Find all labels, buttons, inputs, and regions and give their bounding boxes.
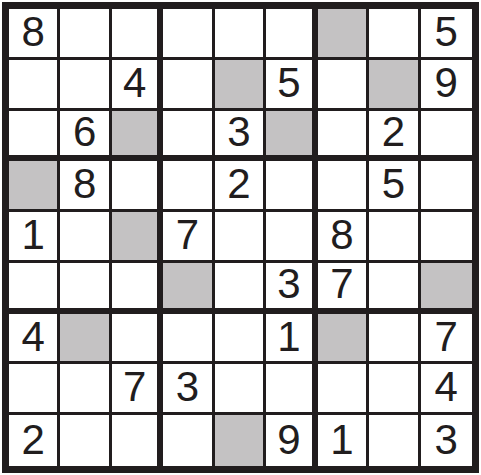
given-digit: 4 xyxy=(123,62,146,104)
cell-r3c1[interactable] xyxy=(9,111,60,162)
given-digit: 2 xyxy=(227,163,250,205)
cell-r5c9[interactable] xyxy=(421,212,472,263)
cell-r1c2[interactable] xyxy=(60,9,111,60)
cell-r7c8[interactable] xyxy=(369,314,420,365)
cell-r1c5[interactable] xyxy=(215,9,266,60)
cell-r2c6[interactable]: 5 xyxy=(266,60,317,111)
given-digit: 3 xyxy=(227,111,250,153)
cell-r6c5[interactable] xyxy=(215,263,266,314)
cell-r9c1[interactable]: 2 xyxy=(9,415,60,466)
cell-r6c9[interactable] xyxy=(421,263,472,314)
cell-r4c5[interactable]: 2 xyxy=(215,161,266,212)
cell-r8c4[interactable]: 3 xyxy=(163,364,214,415)
given-digit: 4 xyxy=(435,366,458,408)
cell-r3c8[interactable]: 2 xyxy=(369,111,420,162)
cell-r6c1[interactable] xyxy=(9,263,60,314)
cell-r9c5[interactable] xyxy=(215,415,266,466)
cell-r9c6[interactable]: 9 xyxy=(266,415,317,466)
cell-r1c8[interactable] xyxy=(369,9,420,60)
given-digit: 5 xyxy=(277,62,300,104)
cell-r7c6[interactable]: 1 xyxy=(266,314,317,365)
given-digit: 3 xyxy=(176,366,199,408)
cell-r7c7[interactable] xyxy=(318,314,369,365)
cell-r5c8[interactable] xyxy=(369,212,420,263)
given-digit: 8 xyxy=(330,214,353,256)
given-digit: 8 xyxy=(22,11,45,53)
cell-r4c9[interactable] xyxy=(421,161,472,212)
given-digit: 8 xyxy=(73,163,96,205)
cell-r6c3[interactable] xyxy=(112,263,163,314)
given-digit: 4 xyxy=(22,316,45,358)
cell-r2c2[interactable] xyxy=(60,60,111,111)
cell-r5c2[interactable] xyxy=(60,212,111,263)
cell-r7c5[interactable] xyxy=(215,314,266,365)
cell-r6c7[interactable]: 7 xyxy=(318,263,369,314)
given-digit: 1 xyxy=(330,419,353,461)
given-digit: 5 xyxy=(382,163,405,205)
page-background: 85459632825178374177342913 xyxy=(0,0,481,475)
cell-r6c4[interactable] xyxy=(163,263,214,314)
cell-r1c9[interactable]: 5 xyxy=(421,9,472,60)
cell-r4c6[interactable] xyxy=(266,161,317,212)
cell-r3c4[interactable] xyxy=(163,111,214,162)
cell-r8c6[interactable] xyxy=(266,364,317,415)
cell-r4c1[interactable] xyxy=(9,161,60,212)
cell-r3c2[interactable]: 6 xyxy=(60,111,111,162)
cell-r7c3[interactable] xyxy=(112,314,163,365)
cell-r8c7[interactable] xyxy=(318,364,369,415)
given-digit: 2 xyxy=(382,111,405,153)
cell-r4c7[interactable] xyxy=(318,161,369,212)
cell-r7c1[interactable]: 4 xyxy=(9,314,60,365)
cell-r6c2[interactable] xyxy=(60,263,111,314)
cell-r7c2[interactable] xyxy=(60,314,111,365)
cell-r1c4[interactable] xyxy=(163,9,214,60)
given-digit: 7 xyxy=(176,214,199,256)
cell-r8c9[interactable]: 4 xyxy=(421,364,472,415)
cell-r5c7[interactable]: 8 xyxy=(318,212,369,263)
cell-r4c4[interactable] xyxy=(163,161,214,212)
given-digit: 5 xyxy=(435,11,458,53)
given-digit: 1 xyxy=(277,316,300,358)
cell-r8c2[interactable] xyxy=(60,364,111,415)
cell-r6c6[interactable]: 3 xyxy=(266,263,317,314)
cell-r8c1[interactable] xyxy=(9,364,60,415)
cell-r4c3[interactable] xyxy=(112,161,163,212)
given-digit: 1 xyxy=(22,214,45,256)
cell-r7c4[interactable] xyxy=(163,314,214,365)
cell-r9c8[interactable] xyxy=(369,415,420,466)
given-digit: 9 xyxy=(277,419,300,461)
given-digit: 2 xyxy=(22,419,45,461)
cell-r1c1[interactable]: 8 xyxy=(9,9,60,60)
cell-r9c4[interactable] xyxy=(163,415,214,466)
cell-r9c3[interactable] xyxy=(112,415,163,466)
cell-r3c3[interactable] xyxy=(112,111,163,162)
given-digit: 3 xyxy=(277,263,300,305)
cell-r5c1[interactable]: 1 xyxy=(9,212,60,263)
cell-r2c1[interactable] xyxy=(9,60,60,111)
cell-r2c3[interactable]: 4 xyxy=(112,60,163,111)
given-digit: 7 xyxy=(330,263,353,305)
cell-r8c5[interactable] xyxy=(215,364,266,415)
cell-r5c6[interactable] xyxy=(266,212,317,263)
cell-r7c9[interactable]: 7 xyxy=(421,314,472,365)
cell-r3c9[interactable] xyxy=(421,111,472,162)
given-digit: 7 xyxy=(123,366,146,408)
cell-r4c2[interactable]: 8 xyxy=(60,161,111,212)
cell-r8c8[interactable] xyxy=(369,364,420,415)
cell-r5c5[interactable] xyxy=(215,212,266,263)
cell-r8c3[interactable]: 7 xyxy=(112,364,163,415)
given-digit: 9 xyxy=(435,62,458,104)
cell-r5c4[interactable]: 7 xyxy=(163,212,214,263)
cell-r4c8[interactable]: 5 xyxy=(369,161,420,212)
cell-r5c3[interactable] xyxy=(112,212,163,263)
cell-r3c6[interactable] xyxy=(266,111,317,162)
cell-r2c4[interactable] xyxy=(163,60,214,111)
cell-r2c8[interactable] xyxy=(369,60,420,111)
given-digit: 3 xyxy=(435,419,458,461)
cell-r2c9[interactable]: 9 xyxy=(421,60,472,111)
given-digit: 6 xyxy=(73,111,96,153)
cell-r2c7[interactable] xyxy=(318,60,369,111)
cell-r9c2[interactable] xyxy=(60,415,111,466)
cell-r1c6[interactable] xyxy=(266,9,317,60)
cell-r3c7[interactable] xyxy=(318,111,369,162)
cell-r1c7[interactable] xyxy=(318,9,369,60)
cell-r9c7[interactable]: 1 xyxy=(318,415,369,466)
sudoku-board: 85459632825178374177342913 xyxy=(2,2,479,473)
cell-r9c9[interactable]: 3 xyxy=(421,415,472,466)
given-digit: 7 xyxy=(435,316,458,358)
cell-r3c5[interactable]: 3 xyxy=(215,111,266,162)
cell-r1c3[interactable] xyxy=(112,9,163,60)
cell-r2c5[interactable] xyxy=(215,60,266,111)
cell-r6c8[interactable] xyxy=(369,263,420,314)
